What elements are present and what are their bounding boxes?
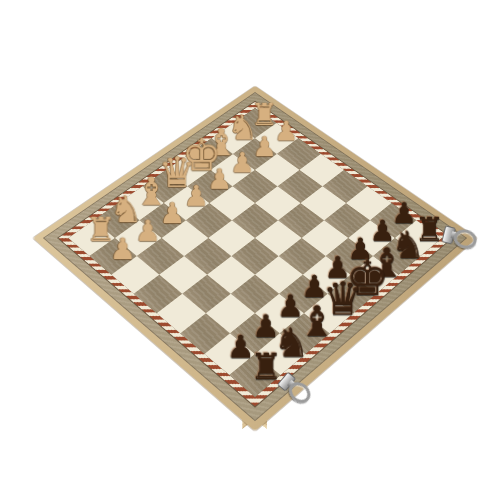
piece-light-pawn[interactable]: ♟ <box>106 235 140 265</box>
chess-board: ♜♞♝♛♚♝♞♜♟♟♟♟♟♟♟♟♟♟♟♟♟♟♟♟♜♞♝♛♚♝♞♜ <box>33 86 477 431</box>
clasp-ring <box>452 227 479 251</box>
chess-set-photo: ♜♞♝♛♚♝♞♜♟♟♟♟♟♟♟♟♟♟♟♟♟♟♟♟♜♞♝♛♚♝♞♜ <box>0 0 500 500</box>
board-surface: ♜♞♝♛♚♝♞♜♟♟♟♟♟♟♟♟♟♟♟♟♟♟♟♟♜♞♝♛♚♝♞♜ <box>43 92 467 421</box>
